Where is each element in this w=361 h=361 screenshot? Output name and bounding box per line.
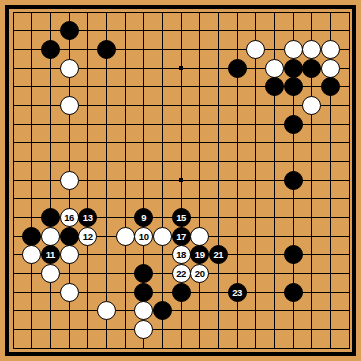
stone-black xyxy=(97,40,116,59)
move-number-label: 18 xyxy=(176,245,186,264)
stone-black xyxy=(284,245,303,264)
stone-black: 13 xyxy=(78,208,97,227)
stone-black xyxy=(228,59,247,78)
stone-white xyxy=(246,40,265,59)
stone-black xyxy=(265,77,284,96)
stone-white xyxy=(190,227,209,246)
stone-white: 12 xyxy=(78,227,97,246)
stone-black xyxy=(22,227,41,246)
grid-line-vertical xyxy=(106,12,107,349)
stone-black xyxy=(60,227,79,246)
stone-black xyxy=(284,115,303,134)
grid-line-vertical xyxy=(125,12,126,349)
stone-white xyxy=(153,227,172,246)
stone-black xyxy=(153,301,172,320)
stone-white xyxy=(60,59,79,78)
stone-white xyxy=(284,40,303,59)
stone-white xyxy=(60,96,79,115)
stone-white xyxy=(265,59,284,78)
stone-black xyxy=(321,77,340,96)
stone-white xyxy=(41,264,60,283)
stone-white: 20 xyxy=(190,264,209,283)
grid-line-vertical xyxy=(31,12,32,349)
stone-black: 19 xyxy=(190,245,209,264)
hoshi-point xyxy=(179,66,183,70)
stone-black xyxy=(172,283,191,302)
grid-line-vertical xyxy=(199,12,200,349)
grid-line-vertical xyxy=(349,12,350,349)
stone-black xyxy=(41,208,60,227)
stone-white: 16 xyxy=(60,208,79,227)
stone-black xyxy=(60,21,79,40)
stone-white xyxy=(60,171,79,190)
move-number-label: 13 xyxy=(83,208,93,227)
grid-line-vertical xyxy=(50,12,51,349)
stone-black xyxy=(134,264,153,283)
move-number-label: 17 xyxy=(176,227,186,246)
stone-black xyxy=(284,77,303,96)
move-number-label: 20 xyxy=(195,264,205,283)
move-number-label: 11 xyxy=(46,245,55,264)
stone-black xyxy=(284,59,303,78)
move-number-label: 10 xyxy=(139,227,149,246)
stone-white: 18 xyxy=(172,245,191,264)
stone-white xyxy=(321,40,340,59)
stone-white xyxy=(302,40,321,59)
move-number-label: 19 xyxy=(195,245,205,264)
stone-white xyxy=(41,227,60,246)
stone-white xyxy=(134,301,153,320)
hoshi-point xyxy=(179,178,183,182)
move-number-label: 21 xyxy=(214,245,224,264)
move-number-label: 9 xyxy=(141,208,146,227)
stone-white xyxy=(302,96,321,115)
stone-white: 22 xyxy=(172,264,191,283)
move-number-label: 23 xyxy=(232,283,242,302)
stone-white xyxy=(134,320,153,339)
move-number-label: 22 xyxy=(176,264,186,283)
stone-black: 23 xyxy=(228,283,247,302)
stone-black xyxy=(284,171,303,190)
stone-white xyxy=(321,59,340,78)
move-number-label: 12 xyxy=(83,227,93,246)
go-board-diagram: 161391512101711181921222023 xyxy=(0,0,361,361)
move-number-label: 16 xyxy=(64,208,74,227)
move-number-label: 15 xyxy=(176,208,186,227)
stone-black: 21 xyxy=(209,245,228,264)
stone-black: 11 xyxy=(41,245,60,264)
stone-white xyxy=(97,301,116,320)
stone-white xyxy=(60,245,79,264)
grid-line-vertical xyxy=(162,12,163,349)
grid-line-vertical xyxy=(13,12,14,349)
stone-black xyxy=(284,283,303,302)
stone-black xyxy=(41,40,60,59)
stone-white: 10 xyxy=(134,227,153,246)
stone-black: 9 xyxy=(134,208,153,227)
stone-black: 17 xyxy=(172,227,191,246)
grid-line-vertical xyxy=(87,12,88,349)
stone-white xyxy=(116,227,135,246)
board-grid: 161391512101711181921222023 xyxy=(0,0,361,361)
stone-white xyxy=(22,245,41,264)
grid-line-vertical xyxy=(218,12,219,349)
grid-line-vertical xyxy=(255,12,256,349)
stone-black xyxy=(134,283,153,302)
stone-black xyxy=(302,59,321,78)
stone-white xyxy=(60,283,79,302)
stone-black: 15 xyxy=(172,208,191,227)
